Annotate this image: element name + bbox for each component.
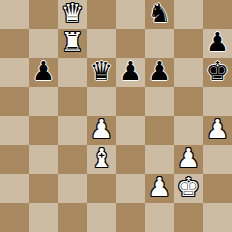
square-a5[interactable] [0, 87, 29, 116]
square-g3[interactable]: ♟ [174, 145, 203, 174]
piece-white-pawn[interactable]: ♟ [206, 116, 229, 144]
piece-black-pawn[interactable]: ♟ [148, 58, 171, 86]
square-b3[interactable] [29, 145, 58, 174]
piece-white-pawn[interactable]: ♟ [177, 145, 200, 173]
piece-white-queen[interactable]: ♛ [61, 0, 84, 28]
square-b5[interactable] [29, 87, 58, 116]
square-e6[interactable]: ♟ [116, 58, 145, 87]
square-f7[interactable] [145, 29, 174, 58]
square-g8[interactable] [174, 0, 203, 29]
square-h1[interactable] [203, 203, 232, 232]
square-d6[interactable]: ♛ [87, 58, 116, 87]
square-c5[interactable] [58, 87, 87, 116]
square-a2[interactable] [0, 174, 29, 203]
square-e2[interactable] [116, 174, 145, 203]
square-f6[interactable]: ♟ [145, 58, 174, 87]
square-c7[interactable]: ♜ [58, 29, 87, 58]
square-e7[interactable] [116, 29, 145, 58]
square-b7[interactable] [29, 29, 58, 58]
square-b2[interactable] [29, 174, 58, 203]
square-f1[interactable] [145, 203, 174, 232]
square-d8[interactable] [87, 0, 116, 29]
square-f2[interactable]: ♟ [145, 174, 174, 203]
square-e5[interactable] [116, 87, 145, 116]
square-b4[interactable] [29, 116, 58, 145]
square-a6[interactable] [0, 58, 29, 87]
square-d4[interactable]: ♟ [87, 116, 116, 145]
square-h4[interactable]: ♟ [203, 116, 232, 145]
square-b8[interactable] [29, 0, 58, 29]
square-g5[interactable] [174, 87, 203, 116]
square-d3[interactable]: ♝ [87, 145, 116, 174]
square-c1[interactable] [58, 203, 87, 232]
piece-black-pawn[interactable]: ♟ [119, 58, 142, 86]
square-f8[interactable]: ♞ [145, 0, 174, 29]
square-f4[interactable] [145, 116, 174, 145]
chess-board: ♛♞♜♟♟♛♟♟♚♟♟♝♟♟♚ [0, 0, 232, 232]
square-b6[interactable]: ♟ [29, 58, 58, 87]
square-a7[interactable] [0, 29, 29, 58]
square-d5[interactable] [87, 87, 116, 116]
piece-white-rook[interactable]: ♜ [61, 29, 84, 57]
square-e4[interactable] [116, 116, 145, 145]
piece-white-bishop[interactable]: ♝ [90, 145, 113, 173]
square-e3[interactable] [116, 145, 145, 174]
piece-black-king[interactable]: ♚ [206, 58, 229, 86]
piece-white-pawn[interactable]: ♟ [90, 116, 113, 144]
square-a4[interactable] [0, 116, 29, 145]
square-f3[interactable] [145, 145, 174, 174]
square-g6[interactable] [174, 58, 203, 87]
piece-black-knight[interactable]: ♞ [148, 0, 171, 28]
square-h8[interactable] [203, 0, 232, 29]
square-h5[interactable] [203, 87, 232, 116]
piece-white-king[interactable]: ♚ [177, 174, 200, 202]
square-e8[interactable] [116, 0, 145, 29]
square-h3[interactable] [203, 145, 232, 174]
square-h6[interactable]: ♚ [203, 58, 232, 87]
piece-white-pawn[interactable]: ♟ [148, 174, 171, 202]
square-b1[interactable] [29, 203, 58, 232]
square-g1[interactable] [174, 203, 203, 232]
square-g7[interactable] [174, 29, 203, 58]
square-d2[interactable] [87, 174, 116, 203]
square-c2[interactable] [58, 174, 87, 203]
square-d1[interactable] [87, 203, 116, 232]
piece-black-pawn[interactable]: ♟ [32, 58, 55, 86]
square-e1[interactable] [116, 203, 145, 232]
square-c6[interactable] [58, 58, 87, 87]
square-a1[interactable] [0, 203, 29, 232]
square-h7[interactable]: ♟ [203, 29, 232, 58]
square-a8[interactable] [0, 0, 29, 29]
square-c3[interactable] [58, 145, 87, 174]
square-c4[interactable] [58, 116, 87, 145]
square-a3[interactable] [0, 145, 29, 174]
square-h2[interactable] [203, 174, 232, 203]
piece-black-pawn[interactable]: ♟ [206, 29, 229, 57]
square-c8[interactable]: ♛ [58, 0, 87, 29]
square-g2[interactable]: ♚ [174, 174, 203, 203]
piece-black-queen[interactable]: ♛ [90, 58, 113, 86]
square-d7[interactable] [87, 29, 116, 58]
square-g4[interactable] [174, 116, 203, 145]
square-f5[interactable] [145, 87, 174, 116]
